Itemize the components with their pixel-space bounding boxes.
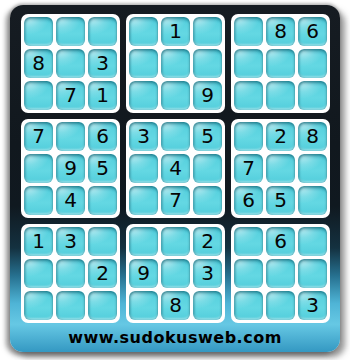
cell-r8c4[interactable]: 9 bbox=[129, 259, 158, 288]
cell-r6c1[interactable] bbox=[24, 186, 53, 215]
cell-r8c2[interactable] bbox=[56, 259, 85, 288]
cell-r8c9[interactable] bbox=[298, 259, 327, 288]
block-2-1: 76954 bbox=[21, 119, 120, 218]
cell-r8c8[interactable] bbox=[266, 259, 295, 288]
cell-r5c7[interactable]: 7 bbox=[234, 154, 263, 183]
website-url[interactable]: www.sudokusweb.com bbox=[68, 328, 282, 347]
cell-r7c2[interactable]: 3 bbox=[56, 227, 85, 256]
block-3-3: 63 bbox=[231, 224, 330, 323]
cell-r7c3[interactable] bbox=[88, 227, 117, 256]
block-3-2: 2938 bbox=[126, 224, 225, 323]
cell-r4c7[interactable] bbox=[234, 122, 263, 151]
footer-bar: www.sudokusweb.com bbox=[10, 322, 340, 352]
cell-r9c4[interactable] bbox=[129, 291, 158, 320]
cell-r1c1[interactable] bbox=[24, 17, 53, 46]
cell-r9c3[interactable] bbox=[88, 291, 117, 320]
cell-r1c4[interactable] bbox=[129, 17, 158, 46]
cell-r5c4[interactable] bbox=[129, 154, 158, 183]
cell-r3c2[interactable]: 7 bbox=[56, 81, 85, 110]
cell-r8c6[interactable]: 3 bbox=[193, 259, 222, 288]
block-1-1: 8371 bbox=[21, 14, 120, 113]
cell-r8c5[interactable] bbox=[161, 259, 190, 288]
cell-r4c1[interactable]: 7 bbox=[24, 122, 53, 151]
cell-r5c2[interactable]: 9 bbox=[56, 154, 85, 183]
cell-r8c3[interactable]: 2 bbox=[88, 259, 117, 288]
cell-r7c6[interactable]: 2 bbox=[193, 227, 222, 256]
block-3-1: 132 bbox=[21, 224, 120, 323]
cell-r2c4[interactable] bbox=[129, 49, 158, 78]
cell-r1c9[interactable]: 6 bbox=[298, 17, 327, 46]
cell-r9c9[interactable]: 3 bbox=[298, 291, 327, 320]
cell-r5c8[interactable] bbox=[266, 154, 295, 183]
cell-r2c5[interactable] bbox=[161, 49, 190, 78]
cell-r3c6[interactable]: 9 bbox=[193, 81, 222, 110]
cell-r5c6[interactable] bbox=[193, 154, 222, 183]
cell-r1c5[interactable]: 1 bbox=[161, 17, 190, 46]
cell-r7c9[interactable] bbox=[298, 227, 327, 256]
cell-r3c1[interactable] bbox=[24, 81, 53, 110]
cell-r1c7[interactable] bbox=[234, 17, 263, 46]
cell-r6c2[interactable]: 4 bbox=[56, 186, 85, 215]
cell-r1c3[interactable] bbox=[88, 17, 117, 46]
cell-r2c6[interactable] bbox=[193, 49, 222, 78]
cell-r7c1[interactable]: 1 bbox=[24, 227, 53, 256]
cell-r8c7[interactable] bbox=[234, 259, 263, 288]
cell-r5c9[interactable] bbox=[298, 154, 327, 183]
cell-r2c3[interactable]: 3 bbox=[88, 49, 117, 78]
block-1-2: 19 bbox=[126, 14, 225, 113]
cell-r4c8[interactable]: 2 bbox=[266, 122, 295, 151]
cell-r9c5[interactable]: 8 bbox=[161, 291, 190, 320]
cell-r9c1[interactable] bbox=[24, 291, 53, 320]
cell-r4c5[interactable] bbox=[161, 122, 190, 151]
cell-r2c8[interactable] bbox=[266, 49, 295, 78]
cell-r6c6[interactable] bbox=[193, 186, 222, 215]
sudoku-page: 8371198676954354728765132293863 www.sudo… bbox=[0, 0, 350, 360]
cell-r2c1[interactable]: 8 bbox=[24, 49, 53, 78]
cell-r5c1[interactable] bbox=[24, 154, 53, 183]
cell-r6c3[interactable] bbox=[88, 186, 117, 215]
cell-r7c7[interactable] bbox=[234, 227, 263, 256]
cell-r8c1[interactable] bbox=[24, 259, 53, 288]
cell-r7c5[interactable] bbox=[161, 227, 190, 256]
cell-r7c4[interactable] bbox=[129, 227, 158, 256]
cell-r3c8[interactable] bbox=[266, 81, 295, 110]
cell-r6c9[interactable] bbox=[298, 186, 327, 215]
cell-r3c7[interactable] bbox=[234, 81, 263, 110]
sudoku-grid: 8371198676954354728765132293863 bbox=[21, 14, 330, 323]
cell-r1c6[interactable] bbox=[193, 17, 222, 46]
cell-r9c6[interactable] bbox=[193, 291, 222, 320]
block-2-2: 3547 bbox=[126, 119, 225, 218]
cell-r9c8[interactable] bbox=[266, 291, 295, 320]
cell-r6c8[interactable]: 5 bbox=[266, 186, 295, 215]
sudoku-board: 8371198676954354728765132293863 bbox=[10, 5, 340, 352]
cell-r1c8[interactable]: 8 bbox=[266, 17, 295, 46]
cell-r7c8[interactable]: 6 bbox=[266, 227, 295, 256]
cell-r4c6[interactable]: 5 bbox=[193, 122, 222, 151]
cell-r6c4[interactable] bbox=[129, 186, 158, 215]
cell-r3c4[interactable] bbox=[129, 81, 158, 110]
cell-r5c3[interactable]: 5 bbox=[88, 154, 117, 183]
cell-r3c3[interactable]: 1 bbox=[88, 81, 117, 110]
cell-r5c5[interactable]: 4 bbox=[161, 154, 190, 183]
cell-r1c2[interactable] bbox=[56, 17, 85, 46]
cell-r3c9[interactable] bbox=[298, 81, 327, 110]
cell-r4c4[interactable]: 3 bbox=[129, 122, 158, 151]
cell-r2c7[interactable] bbox=[234, 49, 263, 78]
cell-r6c7[interactable]: 6 bbox=[234, 186, 263, 215]
cell-r2c2[interactable] bbox=[56, 49, 85, 78]
cell-r9c7[interactable] bbox=[234, 291, 263, 320]
cell-r2c9[interactable] bbox=[298, 49, 327, 78]
cell-r9c2[interactable] bbox=[56, 291, 85, 320]
cell-r3c5[interactable] bbox=[161, 81, 190, 110]
block-1-3: 86 bbox=[231, 14, 330, 113]
cell-r6c5[interactable]: 7 bbox=[161, 186, 190, 215]
cell-r4c3[interactable]: 6 bbox=[88, 122, 117, 151]
block-2-3: 28765 bbox=[231, 119, 330, 218]
cell-r4c9[interactable]: 8 bbox=[298, 122, 327, 151]
cell-r4c2[interactable] bbox=[56, 122, 85, 151]
